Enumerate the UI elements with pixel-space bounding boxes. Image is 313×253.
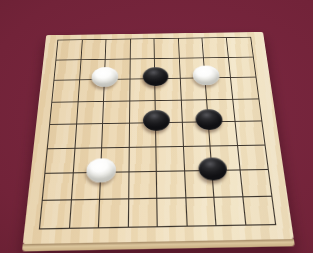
stones-layer [39, 37, 276, 230]
white-stone [85, 158, 115, 183]
black-stone [198, 157, 228, 180]
board-grid [39, 37, 276, 230]
black-stone [142, 110, 169, 131]
go-board [23, 32, 294, 244]
white-stone [192, 65, 220, 85]
table-cloth [0, 0, 313, 253]
black-stone [142, 67, 168, 86]
board-edge [22, 239, 295, 251]
black-stone [195, 109, 223, 130]
white-stone [91, 67, 118, 87]
